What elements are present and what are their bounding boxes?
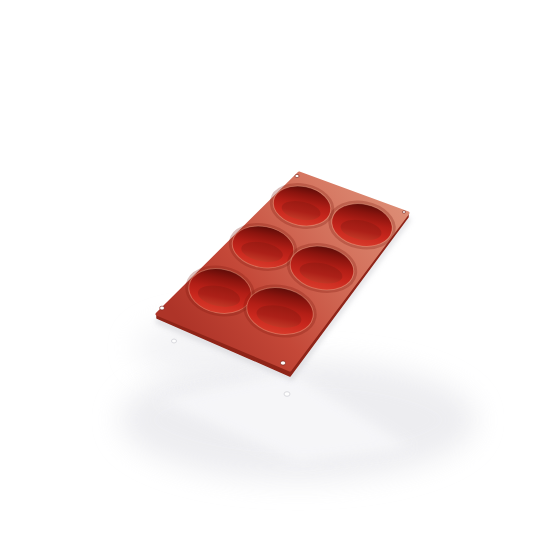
reflection-hole-dot-1 bbox=[172, 339, 177, 343]
corner-hole-top bbox=[295, 174, 299, 177]
silicone-mold-illustration bbox=[0, 0, 550, 550]
corner-hole-right bbox=[402, 211, 405, 214]
reflection-hole-dot-2 bbox=[284, 392, 290, 397]
product-photo bbox=[0, 0, 550, 550]
corner-hole-left bbox=[160, 306, 165, 310]
corner-hole-bottom bbox=[280, 361, 285, 365]
